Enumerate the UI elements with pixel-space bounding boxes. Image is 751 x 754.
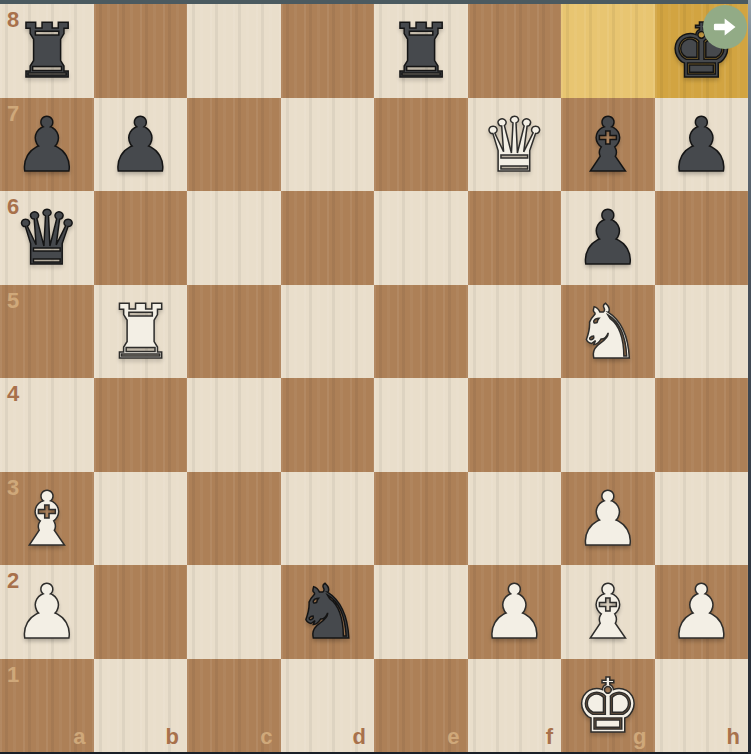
square-a4[interactable]: 4 (0, 378, 94, 472)
forward-arrow-badge[interactable] (703, 5, 747, 49)
square-f4[interactable] (468, 378, 562, 472)
square-e1[interactable]: e (374, 659, 468, 753)
square-b7[interactable]: ♟ (94, 98, 188, 192)
file-label-f: f (546, 726, 553, 748)
square-e3[interactable] (374, 472, 468, 566)
square-e8[interactable]: ♜ (374, 4, 468, 98)
square-h2[interactable]: ♟ (655, 565, 749, 659)
square-d8[interactable] (281, 4, 375, 98)
white-pawn[interactable]: ♟ (481, 575, 548, 650)
square-f8[interactable] (468, 4, 562, 98)
square-c4[interactable] (187, 378, 281, 472)
square-h7[interactable]: ♟ (655, 98, 749, 192)
white-pawn[interactable]: ♟ (668, 575, 735, 650)
square-d7[interactable] (281, 98, 375, 192)
square-a3[interactable]: 3♝ (0, 472, 94, 566)
square-c7[interactable] (187, 98, 281, 192)
white-bishop[interactable]: ♝ (13, 482, 80, 557)
square-e6[interactable] (374, 191, 468, 285)
black-queen[interactable]: ♛ (13, 201, 80, 276)
white-queen[interactable]: ♛ (481, 108, 548, 183)
file-label-e: e (447, 726, 459, 748)
square-h3[interactable] (655, 472, 749, 566)
square-d4[interactable] (281, 378, 375, 472)
square-h4[interactable] (655, 378, 749, 472)
white-pawn[interactable]: ♟ (574, 482, 641, 557)
square-e5[interactable] (374, 285, 468, 379)
square-g4[interactable] (561, 378, 655, 472)
file-label-d: d (353, 726, 366, 748)
square-g6[interactable]: ♟ (561, 191, 655, 285)
black-pawn[interactable]: ♟ (107, 108, 174, 183)
chess-board: 8♜♜♚7♟♟♛♝♟6♛♟5♜♞43♝♟2♟♞♟♝♟1abcdefg♚h (0, 4, 748, 752)
square-d1[interactable]: d (281, 659, 375, 753)
square-c6[interactable] (187, 191, 281, 285)
file-label-a: a (73, 726, 85, 748)
file-label-b: b (166, 726, 179, 748)
black-knight[interactable]: ♞ (294, 575, 361, 650)
square-b1[interactable]: b (94, 659, 188, 753)
square-h1[interactable]: h (655, 659, 749, 753)
square-g8[interactable] (561, 4, 655, 98)
square-a7[interactable]: 7♟ (0, 98, 94, 192)
square-f2[interactable]: ♟ (468, 565, 562, 659)
square-a5[interactable]: 5 (0, 285, 94, 379)
square-c1[interactable]: c (187, 659, 281, 753)
square-b8[interactable] (94, 4, 188, 98)
rank-label-5: 5 (7, 290, 19, 312)
square-a6[interactable]: 6♛ (0, 191, 94, 285)
square-d5[interactable] (281, 285, 375, 379)
square-b2[interactable] (94, 565, 188, 659)
square-g3[interactable]: ♟ (561, 472, 655, 566)
square-b6[interactable] (94, 191, 188, 285)
square-e4[interactable] (374, 378, 468, 472)
square-f1[interactable]: f (468, 659, 562, 753)
square-c8[interactable] (187, 4, 281, 98)
square-c5[interactable] (187, 285, 281, 379)
white-pawn[interactable]: ♟ (13, 575, 80, 650)
file-label-h: h (727, 726, 740, 748)
black-rook[interactable]: ♜ (13, 14, 80, 89)
square-c2[interactable] (187, 565, 281, 659)
square-a2[interactable]: 2♟ (0, 565, 94, 659)
black-pawn[interactable]: ♟ (574, 201, 641, 276)
white-king[interactable]: ♚ (574, 669, 641, 744)
rank-label-4: 4 (7, 383, 19, 405)
right-arrow-icon (711, 13, 739, 41)
square-e2[interactable] (374, 565, 468, 659)
square-d6[interactable] (281, 191, 375, 285)
square-g1[interactable]: g♚ (561, 659, 655, 753)
square-a8[interactable]: 8♜ (0, 4, 94, 98)
square-g7[interactable]: ♝ (561, 98, 655, 192)
square-f7[interactable]: ♛ (468, 98, 562, 192)
square-e7[interactable] (374, 98, 468, 192)
square-f6[interactable] (468, 191, 562, 285)
square-h5[interactable] (655, 285, 749, 379)
white-bishop[interactable]: ♝ (574, 575, 641, 650)
black-pawn[interactable]: ♟ (668, 108, 735, 183)
black-rook[interactable]: ♜ (387, 14, 454, 89)
square-d2[interactable]: ♞ (281, 565, 375, 659)
file-label-c: c (260, 726, 272, 748)
square-f3[interactable] (468, 472, 562, 566)
square-f5[interactable] (468, 285, 562, 379)
square-b5[interactable]: ♜ (94, 285, 188, 379)
black-bishop[interactable]: ♝ (574, 108, 641, 183)
white-knight[interactable]: ♞ (574, 295, 641, 370)
square-g5[interactable]: ♞ (561, 285, 655, 379)
square-b3[interactable] (94, 472, 188, 566)
rank-label-1: 1 (7, 664, 19, 686)
square-g2[interactable]: ♝ (561, 565, 655, 659)
white-rook[interactable]: ♜ (107, 295, 174, 370)
square-h6[interactable] (655, 191, 749, 285)
square-b4[interactable] (94, 378, 188, 472)
black-pawn[interactable]: ♟ (13, 108, 80, 183)
square-d3[interactable] (281, 472, 375, 566)
square-c3[interactable] (187, 472, 281, 566)
square-a1[interactable]: 1a (0, 659, 94, 753)
